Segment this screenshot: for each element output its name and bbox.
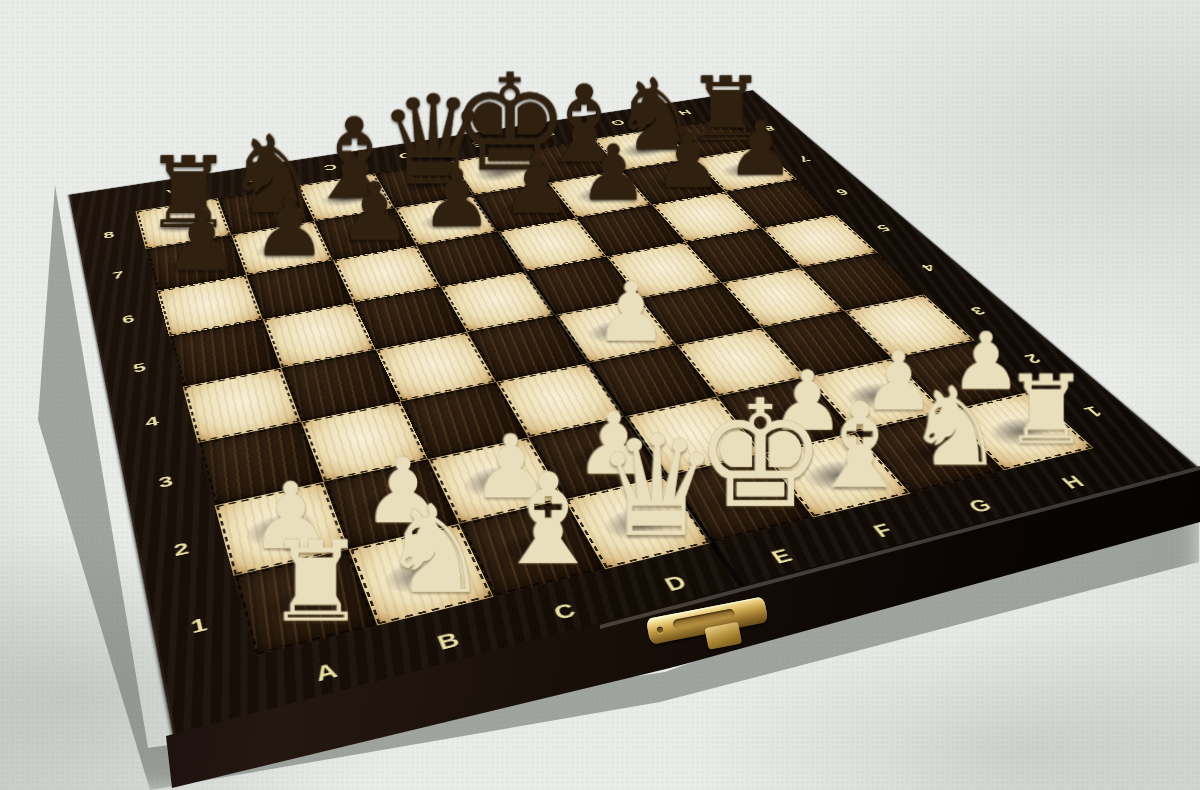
piece-white-pawn-e4: ♟ <box>595 274 669 352</box>
piece-black-pawn-b7: ♟ <box>252 188 326 266</box>
piece-black-pawn-f7: ♟ <box>579 136 648 209</box>
piece-white-knight-b1: ♞ <box>380 492 489 608</box>
piece-black-pawn-e7: ♟ <box>501 149 571 224</box>
piece-white-knight-g1: ♞ <box>906 375 1004 479</box>
piece-black-pawn-c7: ♟ <box>338 174 411 251</box>
chess-set-photo: ABCDEFGH8♜♞♝♛♚♝♞♜87♟♟♟♟♟♟♟♟766554♟4332♟♟… <box>0 0 1200 790</box>
piece-black-pawn-g7: ♟ <box>654 125 722 197</box>
piece-white-rook-h1: ♜ <box>1004 366 1090 457</box>
piece-black-pawn-h7: ♟ <box>727 113 794 184</box>
piece-black-pawn-d7: ♟ <box>421 161 493 237</box>
piece-white-rook-a1: ♜ <box>266 531 366 637</box>
piece-black-pawn-a7: ♟ <box>164 202 239 282</box>
piece-white-bishop-c1: ♝ <box>492 460 605 579</box>
clasp-tab <box>705 622 743 650</box>
piece-white-queen-d1: ♛ <box>595 421 720 553</box>
